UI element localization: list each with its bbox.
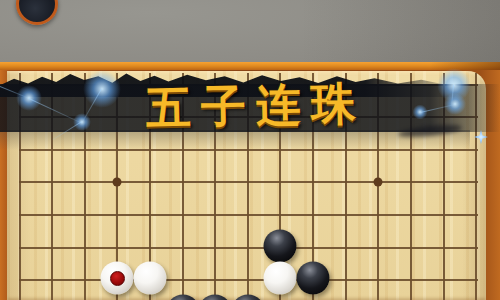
game-board[interactable] — [0, 0, 500, 300]
white-stone — [101, 262, 134, 295]
game-screen: 五子连珠 — [0, 0, 500, 300]
last-move-marker — [110, 271, 125, 286]
white-stone — [133, 262, 166, 295]
star-point — [113, 178, 122, 187]
sparkle-glow — [83, 70, 121, 108]
star-point — [374, 178, 383, 187]
black-stone — [166, 294, 199, 300]
black-stone — [297, 262, 330, 295]
white-stone — [264, 262, 297, 295]
game-title: 五子连珠 — [145, 78, 376, 135]
black-stone — [264, 229, 297, 262]
black-stone — [199, 294, 232, 300]
black-stone — [231, 294, 264, 300]
